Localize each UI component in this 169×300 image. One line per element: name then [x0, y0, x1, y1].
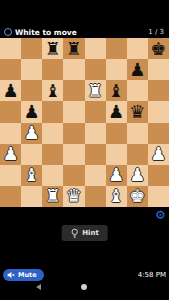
square-c6[interactable]: ♝	[42, 80, 63, 101]
square-h3[interactable]: ♟	[148, 144, 169, 165]
piece-white-pawn: ♟	[21, 123, 42, 144]
square-b3[interactable]	[21, 144, 42, 165]
square-c3[interactable]	[42, 144, 63, 165]
square-a1[interactable]	[0, 186, 21, 207]
piece-white-pawn: ♟	[106, 165, 127, 186]
square-f2[interactable]: ♟	[106, 165, 127, 186]
square-a5[interactable]	[0, 101, 21, 122]
square-e8[interactable]	[85, 38, 106, 59]
home-circle-icon[interactable]	[81, 284, 87, 290]
square-f5[interactable]: ♟	[106, 101, 127, 122]
square-e2[interactable]	[85, 165, 106, 186]
square-h6[interactable]	[148, 80, 169, 101]
piece-black-pawn: ♟	[106, 101, 127, 122]
piece-black-bishop: ♝	[42, 80, 63, 101]
square-d8[interactable]: ♜	[63, 38, 84, 59]
square-d2[interactable]	[63, 165, 84, 186]
piece-black-rook: ♜	[63, 38, 84, 59]
square-g6[interactable]	[127, 80, 148, 101]
square-b1[interactable]	[21, 186, 42, 207]
square-b4[interactable]: ♟	[21, 123, 42, 144]
piece-black-pawn: ♟	[21, 101, 42, 122]
system-clock: 4:58 PM	[138, 271, 166, 279]
square-c8[interactable]: ♜	[42, 38, 63, 59]
square-b8[interactable]	[21, 38, 42, 59]
square-d7[interactable]	[63, 59, 84, 80]
muted-speaker-icon	[7, 271, 15, 279]
lightbulb-icon	[70, 228, 78, 239]
square-g7[interactable]: ♟	[127, 59, 148, 80]
piece-white-rook: ♜	[42, 186, 63, 207]
square-d6[interactable]	[63, 80, 84, 101]
square-f8[interactable]	[106, 38, 127, 59]
square-e4[interactable]	[85, 123, 106, 144]
square-h2[interactable]	[148, 165, 169, 186]
square-a4[interactable]	[0, 123, 21, 144]
square-e7[interactable]	[85, 59, 106, 80]
square-d5[interactable]	[63, 101, 84, 122]
square-f3[interactable]	[106, 144, 127, 165]
white-to-move-ring-icon	[4, 28, 12, 36]
square-d4[interactable]	[63, 123, 84, 144]
square-b5[interactable]: ♟	[21, 101, 42, 122]
square-h5[interactable]	[148, 101, 169, 122]
square-g5[interactable]: ♛	[127, 101, 148, 122]
mute-button[interactable]: Mute	[3, 269, 44, 281]
gear-icon[interactable]: ⚙	[154, 209, 167, 222]
square-f1[interactable]: ♝	[106, 186, 127, 207]
square-f6[interactable]: ♝	[106, 80, 127, 101]
square-b2[interactable]: ♝	[21, 165, 42, 186]
square-e3[interactable]	[85, 144, 106, 165]
piece-black-pawn: ♟	[127, 59, 148, 80]
square-c5[interactable]	[42, 101, 63, 122]
square-c7[interactable]	[42, 59, 63, 80]
square-f7[interactable]	[106, 59, 127, 80]
square-c2[interactable]	[42, 165, 63, 186]
square-d1[interactable]: ♛	[63, 186, 84, 207]
piece-white-pawn: ♟	[0, 144, 21, 165]
piece-white-pawn: ♟	[148, 144, 169, 165]
piece-black-rook: ♜	[42, 38, 63, 59]
square-f4[interactable]	[106, 123, 127, 144]
square-e6[interactable]: ♜	[85, 80, 106, 101]
square-b6[interactable]	[21, 80, 42, 101]
piece-black-king: ♚	[148, 38, 169, 59]
chess-board[interactable]: ♜♜♚♟♟♝♜♝♟♟♛♟♟♟♝♟♟♜♛♝♚	[0, 38, 169, 207]
piece-white-queen: ♛	[63, 186, 84, 207]
status-bar	[0, 0, 169, 26]
square-g1[interactable]: ♚	[127, 186, 148, 207]
piece-white-pawn: ♟	[127, 165, 148, 186]
piece-white-bishop: ♝	[21, 165, 42, 186]
hint-button-label: Hint	[82, 229, 99, 237]
piece-black-queen: ♛	[127, 101, 148, 122]
puzzle-progress-counter: 1 / 3	[148, 28, 164, 36]
square-h4[interactable]	[148, 123, 169, 144]
piece-white-rook: ♜	[85, 80, 106, 101]
square-g2[interactable]: ♟	[127, 165, 148, 186]
square-e1[interactable]	[85, 186, 106, 207]
puzzle-header: White to move 1 / 3	[0, 26, 169, 38]
square-h7[interactable]	[148, 59, 169, 80]
back-triangle-icon[interactable]	[36, 284, 41, 290]
square-b7[interactable]	[21, 59, 42, 80]
mute-button-label: Mute	[18, 271, 37, 279]
hint-button[interactable]: Hint	[61, 225, 108, 241]
piece-white-bishop: ♝	[106, 186, 127, 207]
square-a8[interactable]	[0, 38, 21, 59]
square-a2[interactable]	[0, 165, 21, 186]
square-c4[interactable]	[42, 123, 63, 144]
piece-white-king: ♚	[127, 186, 148, 207]
square-g8[interactable]	[127, 38, 148, 59]
square-g3[interactable]	[127, 144, 148, 165]
square-d3[interactable]	[63, 144, 84, 165]
square-e5[interactable]	[85, 101, 106, 122]
square-g4[interactable]	[127, 123, 148, 144]
square-c1[interactable]: ♜	[42, 186, 63, 207]
app-screen: White to move 1 / 3 ♜♜♚♟♟♝♜♝♟♟♛♟♟♟♝♟♟♜♛♝…	[0, 0, 169, 300]
square-a3[interactable]: ♟	[0, 144, 21, 165]
turn-indicator-label: White to move	[15, 28, 148, 37]
square-h8[interactable]: ♚	[148, 38, 169, 59]
square-h1[interactable]	[148, 186, 169, 207]
piece-black-bishop: ♝	[106, 80, 127, 101]
square-a6[interactable]: ♟	[0, 80, 21, 101]
piece-black-pawn: ♟	[0, 80, 21, 101]
square-a7[interactable]	[0, 59, 21, 80]
